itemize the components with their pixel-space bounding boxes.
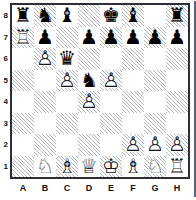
piece-black-pawn-g7: ♟	[146, 27, 164, 49]
square-h1: ♖	[166, 156, 188, 178]
square-b6: ♙	[34, 48, 56, 70]
piece-white-pawn-b6: ♙	[36, 48, 54, 70]
square-d3	[78, 113, 100, 135]
square-a7: ♖	[12, 27, 34, 49]
square-e6	[100, 48, 122, 70]
rank-label-2: 2	[0, 134, 9, 156]
piece-black-bishop-c8: ♝	[58, 5, 76, 27]
square-c2	[56, 134, 78, 156]
piece-white-bishop-c1: ♗	[58, 156, 76, 178]
square-h8: ♜	[166, 5, 188, 27]
square-h7: ♟	[166, 27, 188, 49]
file-labels: ABCDEFGH	[12, 181, 188, 195]
piece-black-knight-b8: ♞	[36, 5, 54, 27]
file-label-F: F	[122, 181, 144, 195]
chess-board: ♜♞♝♚♝♜♖♟♟♟♟♟♟♙♛♙♞♙♙♙♙♙♘♗♕♔♗♘♖	[10, 3, 190, 179]
square-c5: ♙	[56, 70, 78, 92]
square-a2	[12, 134, 34, 156]
square-b8: ♞	[34, 5, 56, 27]
square-f8: ♝	[122, 5, 144, 27]
square-e3	[100, 113, 122, 135]
piece-white-knight-g1: ♘	[146, 156, 164, 178]
square-c4	[56, 91, 78, 113]
square-e4	[100, 91, 122, 113]
square-g7: ♟	[144, 27, 166, 49]
piece-black-rook-a8: ♜	[14, 5, 32, 27]
square-f5	[122, 70, 144, 92]
rank-label-1: 1	[0, 156, 9, 178]
square-f1: ♗	[122, 156, 144, 178]
square-h6	[166, 48, 188, 70]
piece-black-queen-c6: ♛	[58, 48, 76, 70]
piece-black-king-e8: ♚	[102, 5, 120, 27]
square-f7: ♟	[122, 27, 144, 49]
file-label-A: A	[12, 181, 34, 195]
piece-black-pawn-e7: ♟	[102, 27, 120, 49]
piece-white-pawn-g2: ♙	[146, 134, 164, 156]
piece-white-pawn-h2: ♙	[168, 134, 186, 156]
file-label-H: H	[166, 181, 188, 195]
rank-label-6: 6	[0, 48, 9, 70]
square-f2: ♙	[122, 134, 144, 156]
square-h2: ♙	[166, 134, 188, 156]
square-g3	[144, 113, 166, 135]
square-d5: ♞	[78, 70, 100, 92]
square-h3	[166, 113, 188, 135]
rank-label-3: 3	[0, 113, 9, 135]
piece-black-pawn-b7: ♟	[36, 27, 54, 49]
square-a4	[12, 91, 34, 113]
piece-black-pawn-d7: ♟	[80, 27, 98, 49]
square-f3	[122, 113, 144, 135]
square-e7: ♟	[100, 27, 122, 49]
square-e5: ♙	[100, 70, 122, 92]
piece-white-rook-h1: ♖	[168, 156, 186, 178]
image-edge-line	[194, 1, 196, 197]
file-label-D: D	[78, 181, 100, 195]
rank-label-5: 5	[0, 70, 9, 92]
square-d4: ♙	[78, 91, 100, 113]
piece-black-knight-d5: ♞	[80, 70, 98, 92]
square-c3	[56, 113, 78, 135]
piece-black-pawn-f7: ♟	[124, 27, 142, 49]
square-f4	[122, 91, 144, 113]
rank-label-7: 7	[0, 27, 9, 49]
square-c8: ♝	[56, 5, 78, 27]
square-b2	[34, 134, 56, 156]
piece-black-rook-h8: ♜	[168, 5, 186, 27]
file-label-B: B	[34, 181, 56, 195]
file-label-G: G	[144, 181, 166, 195]
piece-white-bishop-f1: ♗	[124, 156, 142, 178]
square-a6	[12, 48, 34, 70]
square-d8	[78, 5, 100, 27]
chess-diagram: 87654321 ♜♞♝♚♝♜♖♟♟♟♟♟♟♙♛♙♞♙♙♙♙♙♘♗♕♔♗♘♖ A…	[0, 0, 196, 200]
square-b5	[34, 70, 56, 92]
square-d7: ♟	[78, 27, 100, 49]
square-d1: ♕	[78, 156, 100, 178]
piece-black-pawn-h7: ♟	[168, 27, 186, 49]
square-g6	[144, 48, 166, 70]
square-g8	[144, 5, 166, 27]
piece-black-bishop-f8: ♝	[124, 5, 142, 27]
file-label-C: C	[56, 181, 78, 195]
square-e8: ♚	[100, 5, 122, 27]
square-a8: ♜	[12, 5, 34, 27]
piece-white-rook-a7: ♖	[14, 27, 32, 49]
rank-label-8: 8	[0, 5, 9, 27]
square-a3	[12, 113, 34, 135]
square-g1: ♘	[144, 156, 166, 178]
piece-white-pawn-e5: ♙	[102, 70, 120, 92]
square-c1: ♗	[56, 156, 78, 178]
square-g4	[144, 91, 166, 113]
square-a5	[12, 70, 34, 92]
square-b7: ♟	[34, 27, 56, 49]
square-g2: ♙	[144, 134, 166, 156]
piece-white-knight-b1: ♘	[36, 156, 54, 178]
file-label-E: E	[100, 181, 122, 195]
square-e2	[100, 134, 122, 156]
square-d2	[78, 134, 100, 156]
rank-label-4: 4	[0, 91, 9, 113]
square-b3	[34, 113, 56, 135]
piece-white-pawn-d4: ♙	[80, 91, 98, 113]
square-c7	[56, 27, 78, 49]
rank-labels: 87654321	[0, 5, 9, 177]
piece-white-pawn-f2: ♙	[124, 134, 142, 156]
square-h5	[166, 70, 188, 92]
square-c6: ♛	[56, 48, 78, 70]
piece-white-queen-d1: ♕	[80, 156, 98, 178]
square-b4	[34, 91, 56, 113]
square-b1: ♘	[34, 156, 56, 178]
square-e1: ♔	[100, 156, 122, 178]
square-a1	[12, 156, 34, 178]
piece-white-pawn-c5: ♙	[58, 70, 76, 92]
square-d6	[78, 48, 100, 70]
square-f6	[122, 48, 144, 70]
piece-white-king-e1: ♔	[102, 156, 120, 178]
square-h4	[166, 91, 188, 113]
square-g5	[144, 70, 166, 92]
